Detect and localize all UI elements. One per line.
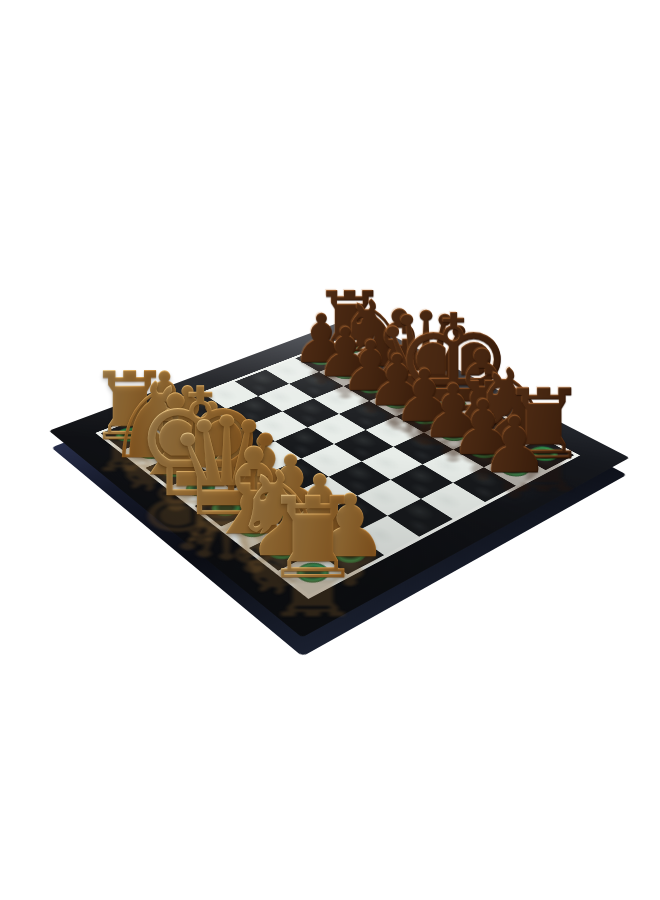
felt-base-h1 xyxy=(288,557,337,588)
chess-board xyxy=(49,316,630,637)
play-area xyxy=(95,334,580,599)
scene: ♜♟♞♟♝♟♛♟♚♟♝♟♟♜♞♟♟♞♜♟♟♝♟♚♟♛♟♝♟♞♟♜ ♜♟♞♟♝♟♛… xyxy=(0,0,660,900)
